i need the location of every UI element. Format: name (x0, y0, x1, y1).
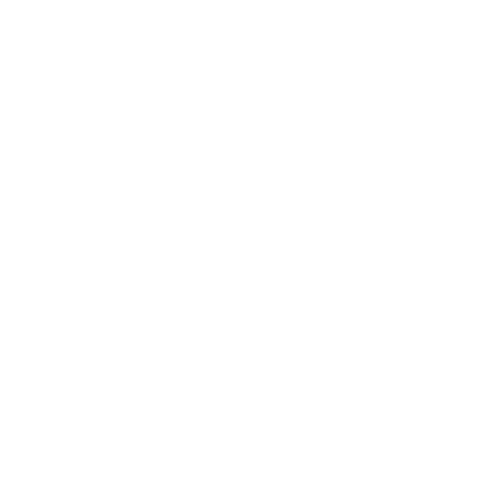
chess-board (9, 10, 489, 490)
